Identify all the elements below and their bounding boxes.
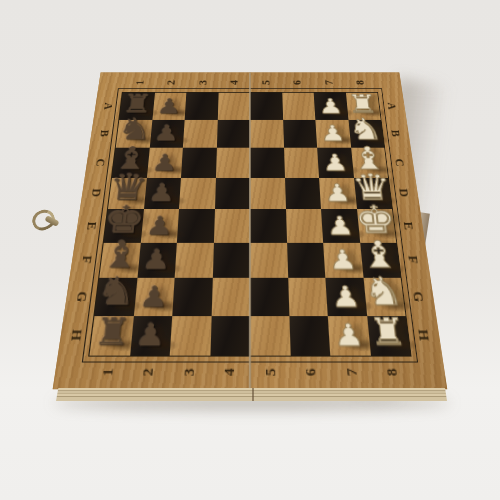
- square-E4[interactable]: [213, 209, 250, 242]
- square-G1[interactable]: [95, 278, 137, 316]
- square-E5[interactable]: [250, 209, 287, 242]
- square-G5[interactable]: [250, 278, 289, 316]
- board-scene: AABBCCDDEEFFGGHH1122334455667788 ♜♞♝♛♚♝♞…: [0, 0, 500, 500]
- square-F5[interactable]: [250, 242, 288, 277]
- square-C4[interactable]: [215, 148, 250, 178]
- photo-background: AABBCCDDEEFFGGHH1122334455667788 ♜♞♝♛♚♝♞…: [0, 0, 500, 500]
- rank-label-4-top: 4: [225, 75, 243, 89]
- square-F7[interactable]: [323, 242, 363, 277]
- square-B5[interactable]: [250, 119, 284, 147]
- square-G2[interactable]: [133, 278, 174, 316]
- square-B4[interactable]: [216, 119, 250, 147]
- chess-board: AABBCCDDEEFFGGHH1122334455667788 ♜♞♝♛♚♝♞…: [53, 73, 448, 390]
- square-G3[interactable]: [172, 278, 212, 316]
- clasp-latch-icon[interactable]: [30, 204, 60, 238]
- square-F4[interactable]: [212, 242, 250, 277]
- rank-label-7-top: 7: [319, 75, 338, 89]
- square-G7[interactable]: [325, 278, 366, 316]
- square-G4[interactable]: [211, 278, 250, 316]
- square-D5[interactable]: [250, 177, 286, 209]
- rank-label-2-top: 2: [162, 75, 181, 89]
- square-A4[interactable]: [217, 93, 250, 120]
- box-side-edge-front: [56, 388, 447, 401]
- rank-label-5-top: 5: [257, 75, 275, 89]
- square-G6[interactable]: [288, 278, 328, 316]
- square-F6[interactable]: [287, 242, 326, 277]
- rank-label-6-top: 6: [288, 75, 306, 89]
- square-C5[interactable]: [250, 148, 285, 178]
- square-A5[interactable]: [250, 93, 283, 120]
- square-F8[interactable]: [360, 242, 401, 277]
- fold-seam-front: [252, 388, 254, 401]
- square-G8[interactable]: [363, 278, 405, 316]
- square-F3[interactable]: [175, 242, 214, 277]
- square-D4[interactable]: [215, 177, 251, 209]
- rank-label-3-top: 3: [193, 75, 211, 89]
- square-F2[interactable]: [137, 242, 177, 277]
- square-F1[interactable]: [99, 242, 140, 277]
